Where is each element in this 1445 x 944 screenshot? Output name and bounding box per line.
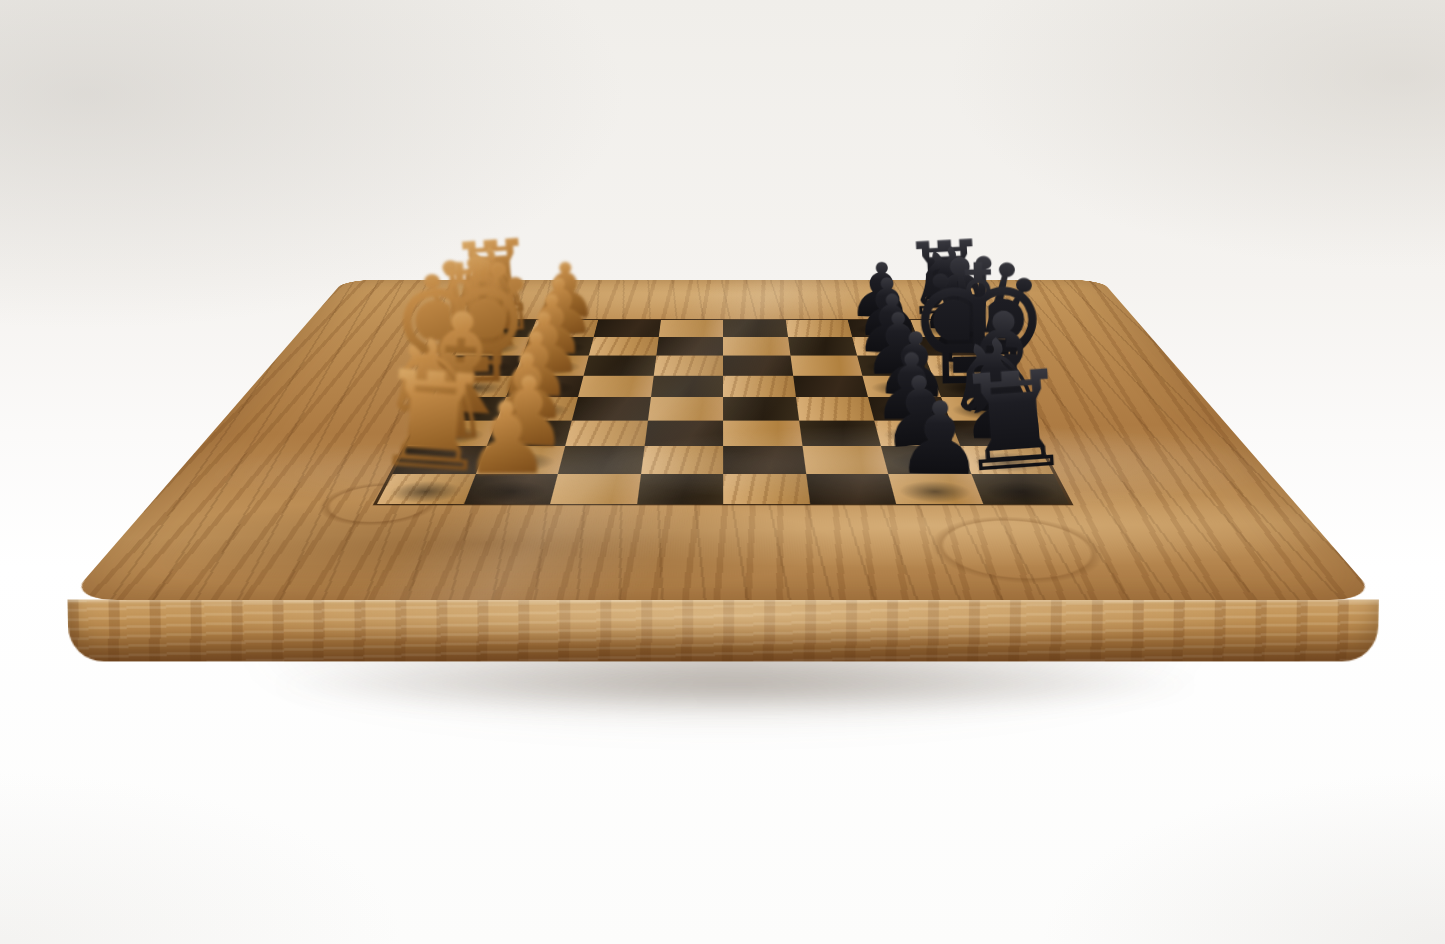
square-h4 xyxy=(636,474,723,504)
square-f4 xyxy=(644,420,723,445)
square-d5 xyxy=(723,375,796,397)
square-c4 xyxy=(653,356,723,376)
piece-black-pawn: ♟ xyxy=(834,386,1045,490)
square-h5 xyxy=(723,474,810,504)
piece-white-rook: ♜ xyxy=(323,349,542,496)
square-f5 xyxy=(723,420,802,445)
square-b5 xyxy=(723,337,790,355)
square-a5 xyxy=(723,320,788,337)
board-front-edge xyxy=(67,599,1378,661)
square-d4 xyxy=(650,375,723,397)
square-g4 xyxy=(640,446,723,474)
photo-scene: ♜♟♟♜♞♟♟♞♝♟♟♝♛♟♟♛♚♟♟♚♝♟♟♝♞♟♟♞♜♟♟♜ xyxy=(0,0,1445,944)
square-g5 xyxy=(723,446,806,474)
white-rook-glyph: ♜ xyxy=(369,352,497,493)
square-b4 xyxy=(655,337,722,355)
square-c5 xyxy=(723,356,793,376)
square-a4 xyxy=(658,320,723,337)
chess-board: ♜♟♟♜♞♟♟♞♝♟♟♝♛♟♟♛♚♟♟♚♝♟♟♝♞♟♟♞♜♟♟♜ xyxy=(66,280,1378,600)
black-pawn-glyph: ♟ xyxy=(893,387,985,489)
